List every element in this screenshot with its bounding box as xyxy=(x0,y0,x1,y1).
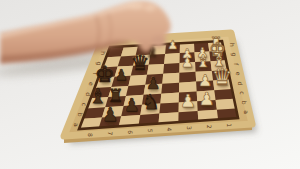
square-b1[interactable] xyxy=(216,99,236,110)
chessboard: 87654321abcdefghabcdefgh xyxy=(0,0,300,169)
square-b4[interactable] xyxy=(159,102,178,113)
coord-file-label-left-e: e xyxy=(88,82,95,86)
square-f5[interactable] xyxy=(147,64,164,75)
square-b7[interactable] xyxy=(102,106,124,117)
square-d6[interactable] xyxy=(126,85,145,96)
square-e3[interactable] xyxy=(179,72,196,83)
coord-rank-label-6: 6 xyxy=(127,130,134,134)
piece-shadow xyxy=(184,57,193,60)
square-e2[interactable] xyxy=(196,71,214,82)
piece-shadow xyxy=(199,56,208,59)
coord-file-label-right-d: d xyxy=(237,81,244,85)
coord-file-label-right-c: c xyxy=(239,91,246,94)
piece-shadow xyxy=(215,64,224,67)
coord-file-label-right-g: g xyxy=(230,52,238,56)
square-d7[interactable] xyxy=(108,86,128,97)
coord-rank-label-2: 2 xyxy=(206,125,213,129)
coord-file-label-right-a: a xyxy=(243,110,250,114)
piece-shadow xyxy=(105,120,117,124)
piece-shadow xyxy=(127,109,138,113)
square-e4[interactable] xyxy=(162,73,179,84)
square-e5[interactable] xyxy=(145,74,163,85)
piece-shadow xyxy=(117,80,127,84)
square-g5[interactable] xyxy=(149,54,165,65)
piece-shadow xyxy=(218,84,228,88)
piece-shadow xyxy=(201,85,211,89)
coord-file-label-left-d: d xyxy=(85,92,92,96)
square-c3[interactable] xyxy=(179,91,197,102)
piece-shadow xyxy=(93,101,104,105)
square-c2[interactable] xyxy=(197,90,216,101)
square-g4[interactable] xyxy=(164,53,180,64)
chess-photo-scene: 87654321abcdefghabcdefgh ♟♜♟♟♚♛♟♝♝♚♟♟♟♛♝… xyxy=(0,0,300,169)
coord-rank-label-3: 3 xyxy=(186,126,193,130)
piece-shadow xyxy=(170,48,178,51)
square-g6[interactable] xyxy=(133,55,150,66)
square-d3[interactable] xyxy=(179,82,197,93)
coord-file-label-left-g: g xyxy=(95,61,103,65)
square-c4[interactable] xyxy=(160,93,179,104)
square-c5[interactable] xyxy=(142,94,161,105)
coord-rank-label-4: 4 xyxy=(166,127,173,131)
coord-rank-label-1: 1 xyxy=(226,123,233,127)
piece-shadow xyxy=(136,69,145,72)
piece-shadow xyxy=(111,100,122,104)
piece-shadow xyxy=(101,81,111,85)
coord-file-label-right-b: b xyxy=(241,101,248,105)
square-c6[interactable] xyxy=(124,95,144,106)
coord-file-label-left-h: h xyxy=(100,51,107,55)
piece-shadow xyxy=(183,105,194,109)
coord-file-label-right-h: h xyxy=(229,43,236,47)
square-e6[interactable] xyxy=(128,75,147,86)
coord-file-label-left-c: c xyxy=(81,103,88,106)
piece-shadow xyxy=(184,66,193,69)
coord-rank-label-5: 5 xyxy=(147,129,154,133)
square-d4[interactable] xyxy=(161,83,179,94)
coord-file-label-right-e: e xyxy=(235,72,242,76)
piece-shadow xyxy=(202,104,213,108)
piece-shadow xyxy=(214,55,223,58)
piece-shadow xyxy=(213,45,221,48)
piece-shadow xyxy=(149,88,159,92)
piece-shadow xyxy=(200,65,209,68)
coord-rank-label-8: 8 xyxy=(87,133,94,137)
coord-rank-label-7: 7 xyxy=(107,131,114,135)
coord-file-label-left-a: a xyxy=(73,123,80,127)
coord-file-label-left-b: b xyxy=(77,113,84,117)
square-f4[interactable] xyxy=(163,63,179,74)
piece-shadow xyxy=(146,108,157,112)
